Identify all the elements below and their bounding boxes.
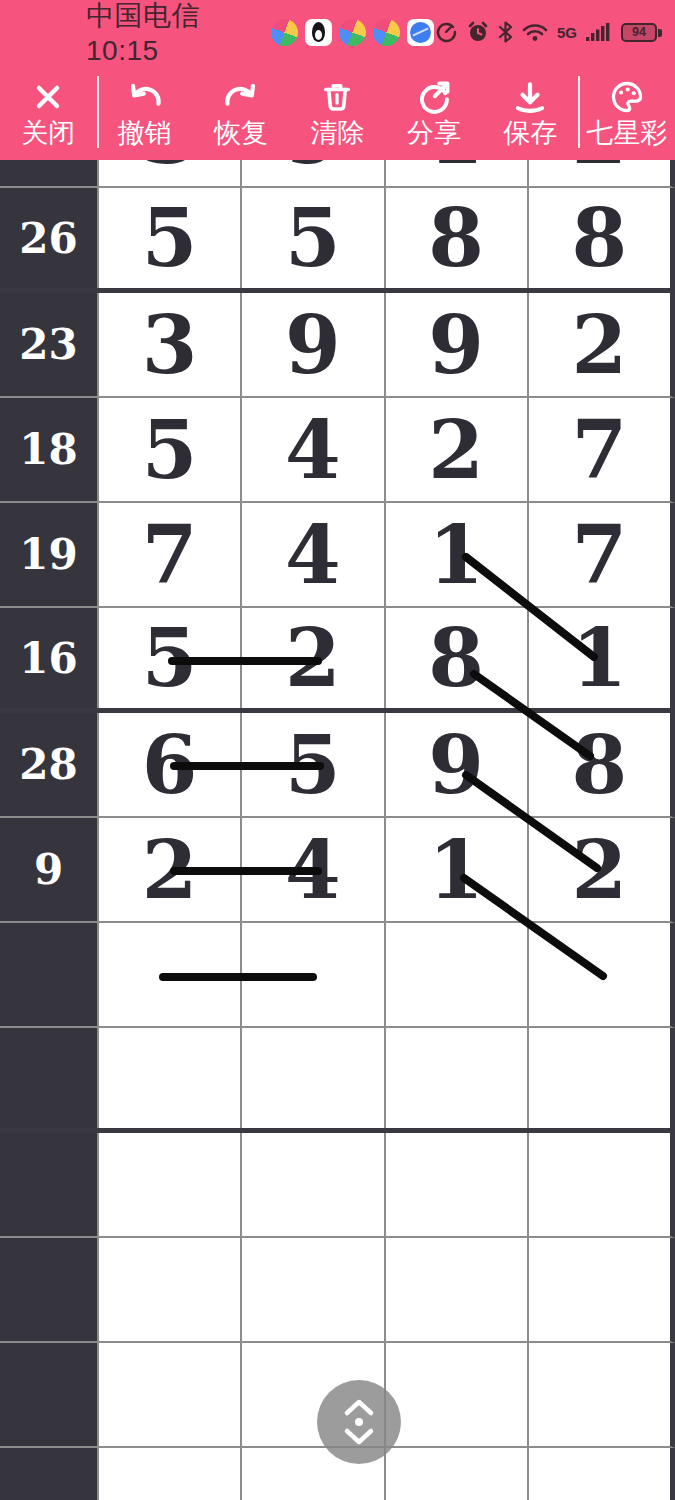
- row-sum-label: [0, 1448, 97, 1500]
- grid-cell[interactable]: 9: [240, 160, 383, 186]
- grid-cell[interactable]: 8: [527, 188, 670, 288]
- board-row: 265588: [0, 188, 675, 293]
- grid-cell[interactable]: 4: [240, 818, 383, 921]
- grid-cell[interactable]: 9: [384, 293, 527, 396]
- row-sum-label: 26: [0, 188, 97, 288]
- row-sum-label: 16: [0, 608, 97, 708]
- clear-button[interactable]: 清除: [289, 60, 385, 160]
- grid-cell[interactable]: 5: [97, 398, 240, 501]
- grid-cell[interactable]: [384, 1343, 527, 1446]
- grid-cell[interactable]: 5: [97, 188, 240, 288]
- app-screen: 中国电信 10:15: [0, 0, 675, 1500]
- wifi-icon: [521, 20, 549, 44]
- row-sum-label: 18: [0, 398, 97, 501]
- pinwheel-app-icon: [339, 19, 366, 46]
- data-saver-icon: [434, 20, 458, 44]
- network-type-label: 5G: [557, 25, 577, 40]
- grid-cell[interactable]: [240, 1133, 383, 1236]
- grid-cell[interactable]: 3: [97, 160, 240, 186]
- grid-cell[interactable]: [527, 923, 670, 1026]
- scroll-up-down-icon: [333, 1393, 385, 1451]
- scroll-fab[interactable]: [317, 1380, 401, 1464]
- grid-cell[interactable]: 5: [240, 713, 383, 816]
- grid-cell[interactable]: 5: [97, 608, 240, 708]
- grid-cell[interactable]: 6: [97, 713, 240, 816]
- share-label: 分享: [407, 120, 461, 147]
- grid-cell[interactable]: 8: [384, 188, 527, 288]
- board-row: 286598: [0, 713, 675, 818]
- board-row: 3912: [0, 160, 675, 188]
- board-row: [0, 1238, 675, 1343]
- grid-cell[interactable]: 4: [240, 503, 383, 606]
- close-button[interactable]: 关闭: [0, 60, 96, 160]
- undo-icon: [127, 79, 163, 115]
- grid-cell[interactable]: [384, 1238, 527, 1341]
- board-row: 197417: [0, 503, 675, 608]
- grid-cell[interactable]: 9: [384, 713, 527, 816]
- board-row: 165281: [0, 608, 675, 713]
- row-sum-label: [0, 160, 97, 186]
- row-sum-label: 19: [0, 503, 97, 606]
- save-button[interactable]: 保存: [482, 60, 578, 160]
- grid-cell[interactable]: 7: [97, 503, 240, 606]
- browser-globe-app-icon: [407, 19, 434, 46]
- grid-cell[interactable]: [384, 1028, 527, 1128]
- grid-cell[interactable]: 2: [384, 398, 527, 501]
- trash-icon: [319, 79, 355, 115]
- grid-cell[interactable]: [527, 1133, 670, 1236]
- grid-cell[interactable]: 7: [527, 503, 670, 606]
- battery-indicator: 94: [621, 23, 657, 42]
- qq-app-icon: [305, 19, 332, 46]
- board-row: 92412: [0, 818, 675, 923]
- grid-cell[interactable]: 4: [240, 398, 383, 501]
- alarm-clock-icon: [466, 20, 490, 44]
- grid-cell[interactable]: 8: [384, 608, 527, 708]
- grid-cell[interactable]: [97, 1238, 240, 1341]
- grid-cell[interactable]: [97, 1343, 240, 1446]
- save-label: 保存: [503, 120, 557, 147]
- grid-cell[interactable]: 8: [527, 713, 670, 816]
- board-row: [0, 1028, 675, 1133]
- row-sum-label: [0, 1133, 97, 1236]
- grid-cell[interactable]: [240, 1028, 383, 1128]
- grid-cell[interactable]: [240, 923, 383, 1026]
- close-label: 关闭: [21, 120, 75, 147]
- grid-cell[interactable]: 1: [384, 503, 527, 606]
- board-row: [0, 923, 675, 1028]
- row-sum-label: [0, 1343, 97, 1446]
- share-icon: [416, 79, 452, 115]
- redo-label: 恢复: [214, 120, 268, 147]
- pinwheel-app-icon: [373, 19, 400, 46]
- row-sum-label: [0, 1238, 97, 1341]
- grid-cell[interactable]: [97, 1448, 240, 1500]
- signal-bars-icon: [585, 20, 613, 44]
- grid-cell[interactable]: [527, 1028, 670, 1128]
- grid-cell[interactable]: 2: [527, 160, 670, 186]
- row-sum-label: [0, 923, 97, 1026]
- grid-cell[interactable]: [527, 1448, 670, 1500]
- grid-cell[interactable]: [97, 923, 240, 1026]
- toolbar-divider: [578, 76, 580, 148]
- game-type-label: 七星彩: [586, 120, 667, 147]
- board-row: 185427: [0, 398, 675, 503]
- clear-label: 清除: [310, 120, 364, 147]
- grid-cell[interactable]: 2: [527, 818, 670, 921]
- row-sum-label: [0, 1028, 97, 1128]
- grid-cell[interactable]: [527, 1343, 670, 1446]
- board-row: 233992: [0, 293, 675, 398]
- palette-icon: [609, 79, 645, 115]
- grid-cell[interactable]: 3: [97, 293, 240, 396]
- row-sum-label: 9: [0, 818, 97, 921]
- carrier-time-text: 中国电信 10:15: [86, 0, 264, 67]
- status-bar: 中国电信 10:15: [0, 0, 675, 60]
- grid-cell[interactable]: 5: [240, 188, 383, 288]
- undo-label: 撤销: [118, 120, 172, 147]
- number-grid-board: 3912265588233992185427197417165281286598…: [0, 160, 675, 1500]
- grid-cell[interactable]: [384, 923, 527, 1026]
- share-button[interactable]: 分享: [386, 60, 482, 160]
- row-sum-label: 28: [0, 713, 97, 816]
- board-rows: 3912265588233992185427197417165281286598…: [0, 160, 675, 1500]
- grid-cell[interactable]: [97, 1028, 240, 1128]
- battery-percent-text: 94: [632, 25, 646, 39]
- grid-cell[interactable]: 1: [384, 160, 527, 186]
- grid-cell[interactable]: 1: [384, 818, 527, 921]
- row-sum-label: 23: [0, 293, 97, 396]
- grid-cell[interactable]: [97, 1133, 240, 1236]
- grid-cell[interactable]: 7: [527, 398, 670, 501]
- grid-cell[interactable]: [384, 1448, 527, 1500]
- undo-button[interactable]: 撤销: [96, 60, 192, 160]
- grid-cell[interactable]: [384, 1133, 527, 1236]
- toolbar: 关闭 撤销 恢复 清除: [0, 60, 675, 160]
- board-row: [0, 1133, 675, 1238]
- grid-cell[interactable]: 2: [527, 293, 670, 396]
- grid-cell[interactable]: 9: [240, 293, 383, 396]
- game-type-button[interactable]: 七星彩: [579, 60, 675, 160]
- close-icon: [30, 79, 66, 115]
- pinwheel-app-icon: [271, 19, 298, 46]
- redo-icon: [223, 79, 259, 115]
- grid-cell[interactable]: 2: [97, 818, 240, 921]
- bluetooth-icon: [498, 20, 513, 44]
- grid-cell[interactable]: [240, 1238, 383, 1341]
- toolbar-divider: [97, 76, 99, 148]
- status-bar-left: 中国电信 10:15: [86, 0, 434, 67]
- redo-button[interactable]: 恢复: [193, 60, 289, 160]
- grid-cell[interactable]: 2: [240, 608, 383, 708]
- grid-cell[interactable]: [527, 1238, 670, 1341]
- status-bar-right: 5G 94: [434, 20, 657, 44]
- grid-cell[interactable]: 1: [527, 608, 670, 708]
- save-download-icon: [512, 79, 548, 115]
